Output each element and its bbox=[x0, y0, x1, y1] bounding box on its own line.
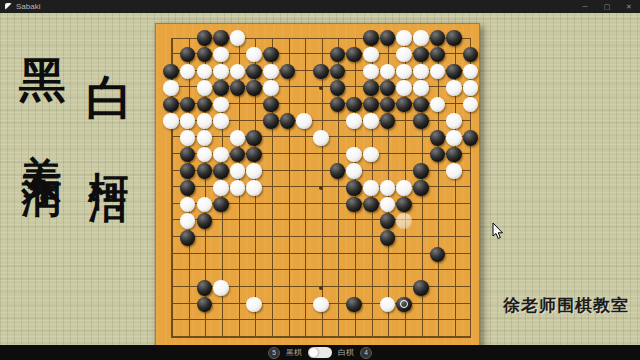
stone-white[interactable] bbox=[230, 130, 246, 146]
stone-black[interactable] bbox=[430, 130, 446, 146]
stone-white[interactable] bbox=[213, 113, 229, 129]
stone-white[interactable] bbox=[313, 297, 329, 313]
black-capture-count: 5 bbox=[268, 347, 280, 359]
stone-black[interactable] bbox=[197, 297, 213, 313]
stone-white[interactable] bbox=[230, 180, 246, 196]
stone-white[interactable] bbox=[263, 64, 279, 80]
stone-white[interactable] bbox=[446, 130, 462, 146]
stone-black[interactable] bbox=[197, 163, 213, 179]
stone-black[interactable] bbox=[180, 180, 196, 196]
white-label: 白 bbox=[82, 73, 137, 123]
white-side-label: 白棋 bbox=[338, 347, 354, 358]
black-player-column: 黑 姜东润 bbox=[15, 55, 70, 154]
stone-white[interactable] bbox=[213, 64, 229, 80]
stone-white[interactable] bbox=[163, 113, 179, 129]
stone-white[interactable] bbox=[346, 163, 362, 179]
stone-black[interactable] bbox=[163, 97, 179, 113]
stone-white[interactable] bbox=[363, 47, 379, 63]
stone-black[interactable] bbox=[180, 230, 196, 246]
screen: Sabaki ─ ▢ ✕ 黑 姜东润 白 柯洁 徐老师围棋教室 bbox=[0, 0, 640, 360]
stone-black[interactable] bbox=[330, 80, 346, 96]
last-move-marker bbox=[400, 300, 408, 308]
stone-white[interactable] bbox=[363, 180, 379, 196]
stone-black[interactable] bbox=[163, 64, 179, 80]
stone-white[interactable] bbox=[213, 147, 229, 163]
stone-white[interactable] bbox=[446, 163, 462, 179]
stone-black[interactable] bbox=[197, 30, 213, 46]
black-label: 黑 bbox=[15, 55, 70, 105]
stone-black[interactable] bbox=[246, 64, 262, 80]
stone-white[interactable] bbox=[197, 130, 213, 146]
classroom-watermark: 徐老师围棋教室 bbox=[503, 294, 629, 317]
stone-black[interactable] bbox=[380, 113, 396, 129]
stone-black[interactable] bbox=[396, 97, 412, 113]
stone-black-last-move[interactable] bbox=[396, 297, 412, 313]
white-player-name: 柯洁 bbox=[82, 139, 137, 161]
stone-white[interactable] bbox=[413, 80, 429, 96]
stone-black[interactable] bbox=[313, 64, 329, 80]
stone-black[interactable] bbox=[246, 80, 262, 96]
white-capture-count: 4 bbox=[360, 347, 372, 359]
stone-white[interactable] bbox=[246, 297, 262, 313]
stone-black[interactable] bbox=[413, 163, 429, 179]
stone-white[interactable] bbox=[430, 64, 446, 80]
stone-black[interactable] bbox=[446, 30, 462, 46]
stone-black[interactable] bbox=[363, 80, 379, 96]
mouse-cursor bbox=[492, 223, 504, 244]
stone-white[interactable] bbox=[463, 97, 479, 113]
black-side-label: 黑棋 bbox=[286, 347, 302, 358]
stone-white[interactable] bbox=[213, 97, 229, 113]
stone-white[interactable] bbox=[363, 113, 379, 129]
stone-white[interactable] bbox=[396, 30, 412, 46]
stone-white[interactable] bbox=[296, 113, 312, 129]
stone-white[interactable] bbox=[246, 180, 262, 196]
stone-black[interactable] bbox=[197, 213, 213, 229]
stone-black[interactable] bbox=[213, 30, 229, 46]
stone-white[interactable] bbox=[313, 130, 329, 146]
stone-black[interactable] bbox=[413, 113, 429, 129]
stone-white[interactable] bbox=[213, 280, 229, 296]
stone-black[interactable] bbox=[380, 30, 396, 46]
go-board[interactable] bbox=[155, 23, 480, 354]
stone-white[interactable] bbox=[413, 64, 429, 80]
star-point bbox=[319, 286, 323, 290]
bottom-bar: 5 黑棋 白棋 4 bbox=[0, 345, 640, 360]
stone-black[interactable] bbox=[380, 213, 396, 229]
stone-black[interactable] bbox=[246, 130, 262, 146]
app-title: Sabaki bbox=[16, 0, 40, 13]
stone-white[interactable] bbox=[213, 180, 229, 196]
maximize-button[interactable]: ▢ bbox=[596, 0, 618, 13]
stone-black[interactable] bbox=[413, 280, 429, 296]
stone-white[interactable] bbox=[230, 30, 246, 46]
stone-black[interactable] bbox=[463, 47, 479, 63]
minimize-button[interactable]: ─ bbox=[574, 0, 596, 13]
stone-black[interactable] bbox=[213, 197, 229, 213]
stone-black[interactable] bbox=[413, 47, 429, 63]
stone-black[interactable] bbox=[413, 180, 429, 196]
stone-black[interactable] bbox=[346, 197, 362, 213]
stone-black[interactable] bbox=[197, 280, 213, 296]
stone-white[interactable] bbox=[197, 80, 213, 96]
stone-white[interactable] bbox=[463, 80, 479, 96]
stone-white[interactable] bbox=[446, 80, 462, 96]
stone-black[interactable] bbox=[446, 147, 462, 163]
stone-black[interactable] bbox=[380, 230, 396, 246]
stone-black[interactable] bbox=[213, 163, 229, 179]
stone-white-ghost[interactable] bbox=[396, 213, 412, 229]
stone-white[interactable] bbox=[396, 180, 412, 196]
stone-white[interactable] bbox=[413, 30, 429, 46]
stone-white[interactable] bbox=[396, 80, 412, 96]
stone-white[interactable] bbox=[396, 64, 412, 80]
stone-white[interactable] bbox=[180, 130, 196, 146]
white-player-column: 白 柯洁 bbox=[82, 73, 137, 161]
toggle-knob[interactable] bbox=[309, 348, 318, 357]
stone-black[interactable] bbox=[446, 64, 462, 80]
star-point bbox=[319, 186, 323, 190]
stone-black[interactable] bbox=[430, 30, 446, 46]
stone-white[interactable] bbox=[246, 163, 262, 179]
title-bar: Sabaki ─ ▢ ✕ bbox=[0, 0, 640, 13]
stone-black[interactable] bbox=[363, 97, 379, 113]
stone-black[interactable] bbox=[346, 180, 362, 196]
stone-black[interactable] bbox=[380, 80, 396, 96]
tatami-background: 黑 姜东润 白 柯洁 徐老师围棋教室 bbox=[0, 13, 640, 345]
stone-black[interactable] bbox=[213, 80, 229, 96]
stone-white[interactable] bbox=[346, 147, 362, 163]
stone-black[interactable] bbox=[413, 97, 429, 113]
stone-white[interactable] bbox=[446, 113, 462, 129]
stone-white[interactable] bbox=[363, 64, 379, 80]
stone-black[interactable] bbox=[330, 163, 346, 179]
stone-white[interactable] bbox=[380, 180, 396, 196]
stone-black[interactable] bbox=[263, 97, 279, 113]
stone-black[interactable] bbox=[463, 130, 479, 146]
stone-white[interactable] bbox=[197, 64, 213, 80]
stone-black[interactable] bbox=[363, 197, 379, 213]
stone-black[interactable] bbox=[263, 47, 279, 63]
stone-black[interactable] bbox=[363, 30, 379, 46]
stone-white[interactable] bbox=[263, 80, 279, 96]
stone-black[interactable] bbox=[230, 80, 246, 96]
stone-black[interactable] bbox=[263, 113, 279, 129]
stone-white[interactable] bbox=[163, 80, 179, 96]
stone-white[interactable] bbox=[197, 113, 213, 129]
stone-white[interactable] bbox=[213, 47, 229, 63]
stone-white[interactable] bbox=[463, 64, 479, 80]
stone-white[interactable] bbox=[363, 147, 379, 163]
stone-black[interactable] bbox=[346, 297, 362, 313]
close-button[interactable]: ✕ bbox=[618, 0, 640, 13]
window-controls: ─ ▢ ✕ bbox=[574, 0, 640, 13]
app-icon bbox=[5, 3, 12, 10]
side-toggle[interactable] bbox=[308, 347, 332, 358]
stone-white[interactable] bbox=[346, 113, 362, 129]
stone-black[interactable] bbox=[396, 197, 412, 213]
star-point bbox=[319, 86, 323, 90]
black-player-name: 姜东润 bbox=[15, 121, 70, 154]
